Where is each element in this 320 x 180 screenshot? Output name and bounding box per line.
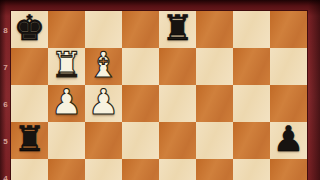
black-rook-a5[interactable]: ♜ [14,122,45,157]
square-b7[interactable]: ♜ [48,48,85,85]
square-g4[interactable] [233,159,270,180]
white-pawn-c6[interactable]: ♟ [88,85,119,120]
square-d8[interactable] [122,11,159,48]
rank-label-6: 6 [0,99,11,108]
board: ♚♜♜♝♟♟♜♟ [11,11,307,180]
black-rook-e8[interactable]: ♜ [162,11,193,46]
square-b8[interactable] [48,11,85,48]
square-a5[interactable]: ♜ [11,122,48,159]
square-c4[interactable] [85,159,122,180]
square-h4[interactable] [270,159,307,180]
square-h5[interactable]: ♟ [270,122,307,159]
square-d5[interactable] [122,122,159,159]
square-f8[interactable] [196,11,233,48]
square-d6[interactable] [122,85,159,122]
white-pawn-b6[interactable]: ♟ [51,85,82,120]
square-f5[interactable] [196,122,233,159]
rank-label-4: 4 [0,173,11,180]
square-b6[interactable]: ♟ [48,85,85,122]
square-b4[interactable] [48,159,85,180]
square-a4[interactable] [11,159,48,180]
white-bishop-c7[interactable]: ♝ [88,48,119,83]
square-g7[interactable] [233,48,270,85]
square-c5[interactable] [85,122,122,159]
square-h6[interactable] [270,85,307,122]
square-a6[interactable] [11,85,48,122]
square-f6[interactable] [196,85,233,122]
square-d4[interactable] [122,159,159,180]
square-g8[interactable] [233,11,270,48]
square-a7[interactable] [11,48,48,85]
square-e7[interactable] [159,48,196,85]
square-g5[interactable] [233,122,270,159]
rank-label-7: 7 [0,62,11,71]
square-c8[interactable] [85,11,122,48]
square-e8[interactable]: ♜ [159,11,196,48]
rank-label-5: 5 [0,136,11,145]
square-e5[interactable] [159,122,196,159]
square-c6[interactable]: ♟ [85,85,122,122]
square-e6[interactable] [159,85,196,122]
square-a8[interactable]: ♚ [11,11,48,48]
square-f4[interactable] [196,159,233,180]
square-h8[interactable] [270,11,307,48]
black-pawn-h5[interactable]: ♟ [273,122,304,157]
square-c7[interactable]: ♝ [85,48,122,85]
square-f7[interactable] [196,48,233,85]
square-h7[interactable] [270,48,307,85]
square-d7[interactable] [122,48,159,85]
white-rook-b7[interactable]: ♜ [51,48,82,83]
square-g6[interactable] [233,85,270,122]
chess-scene: ♚♜♜♝♟♟♜♟ 87654 [0,0,320,180]
square-e4[interactable] [159,159,196,180]
black-king-a8[interactable]: ♚ [14,11,45,46]
square-b5[interactable] [48,122,85,159]
rank-label-8: 8 [0,25,11,34]
